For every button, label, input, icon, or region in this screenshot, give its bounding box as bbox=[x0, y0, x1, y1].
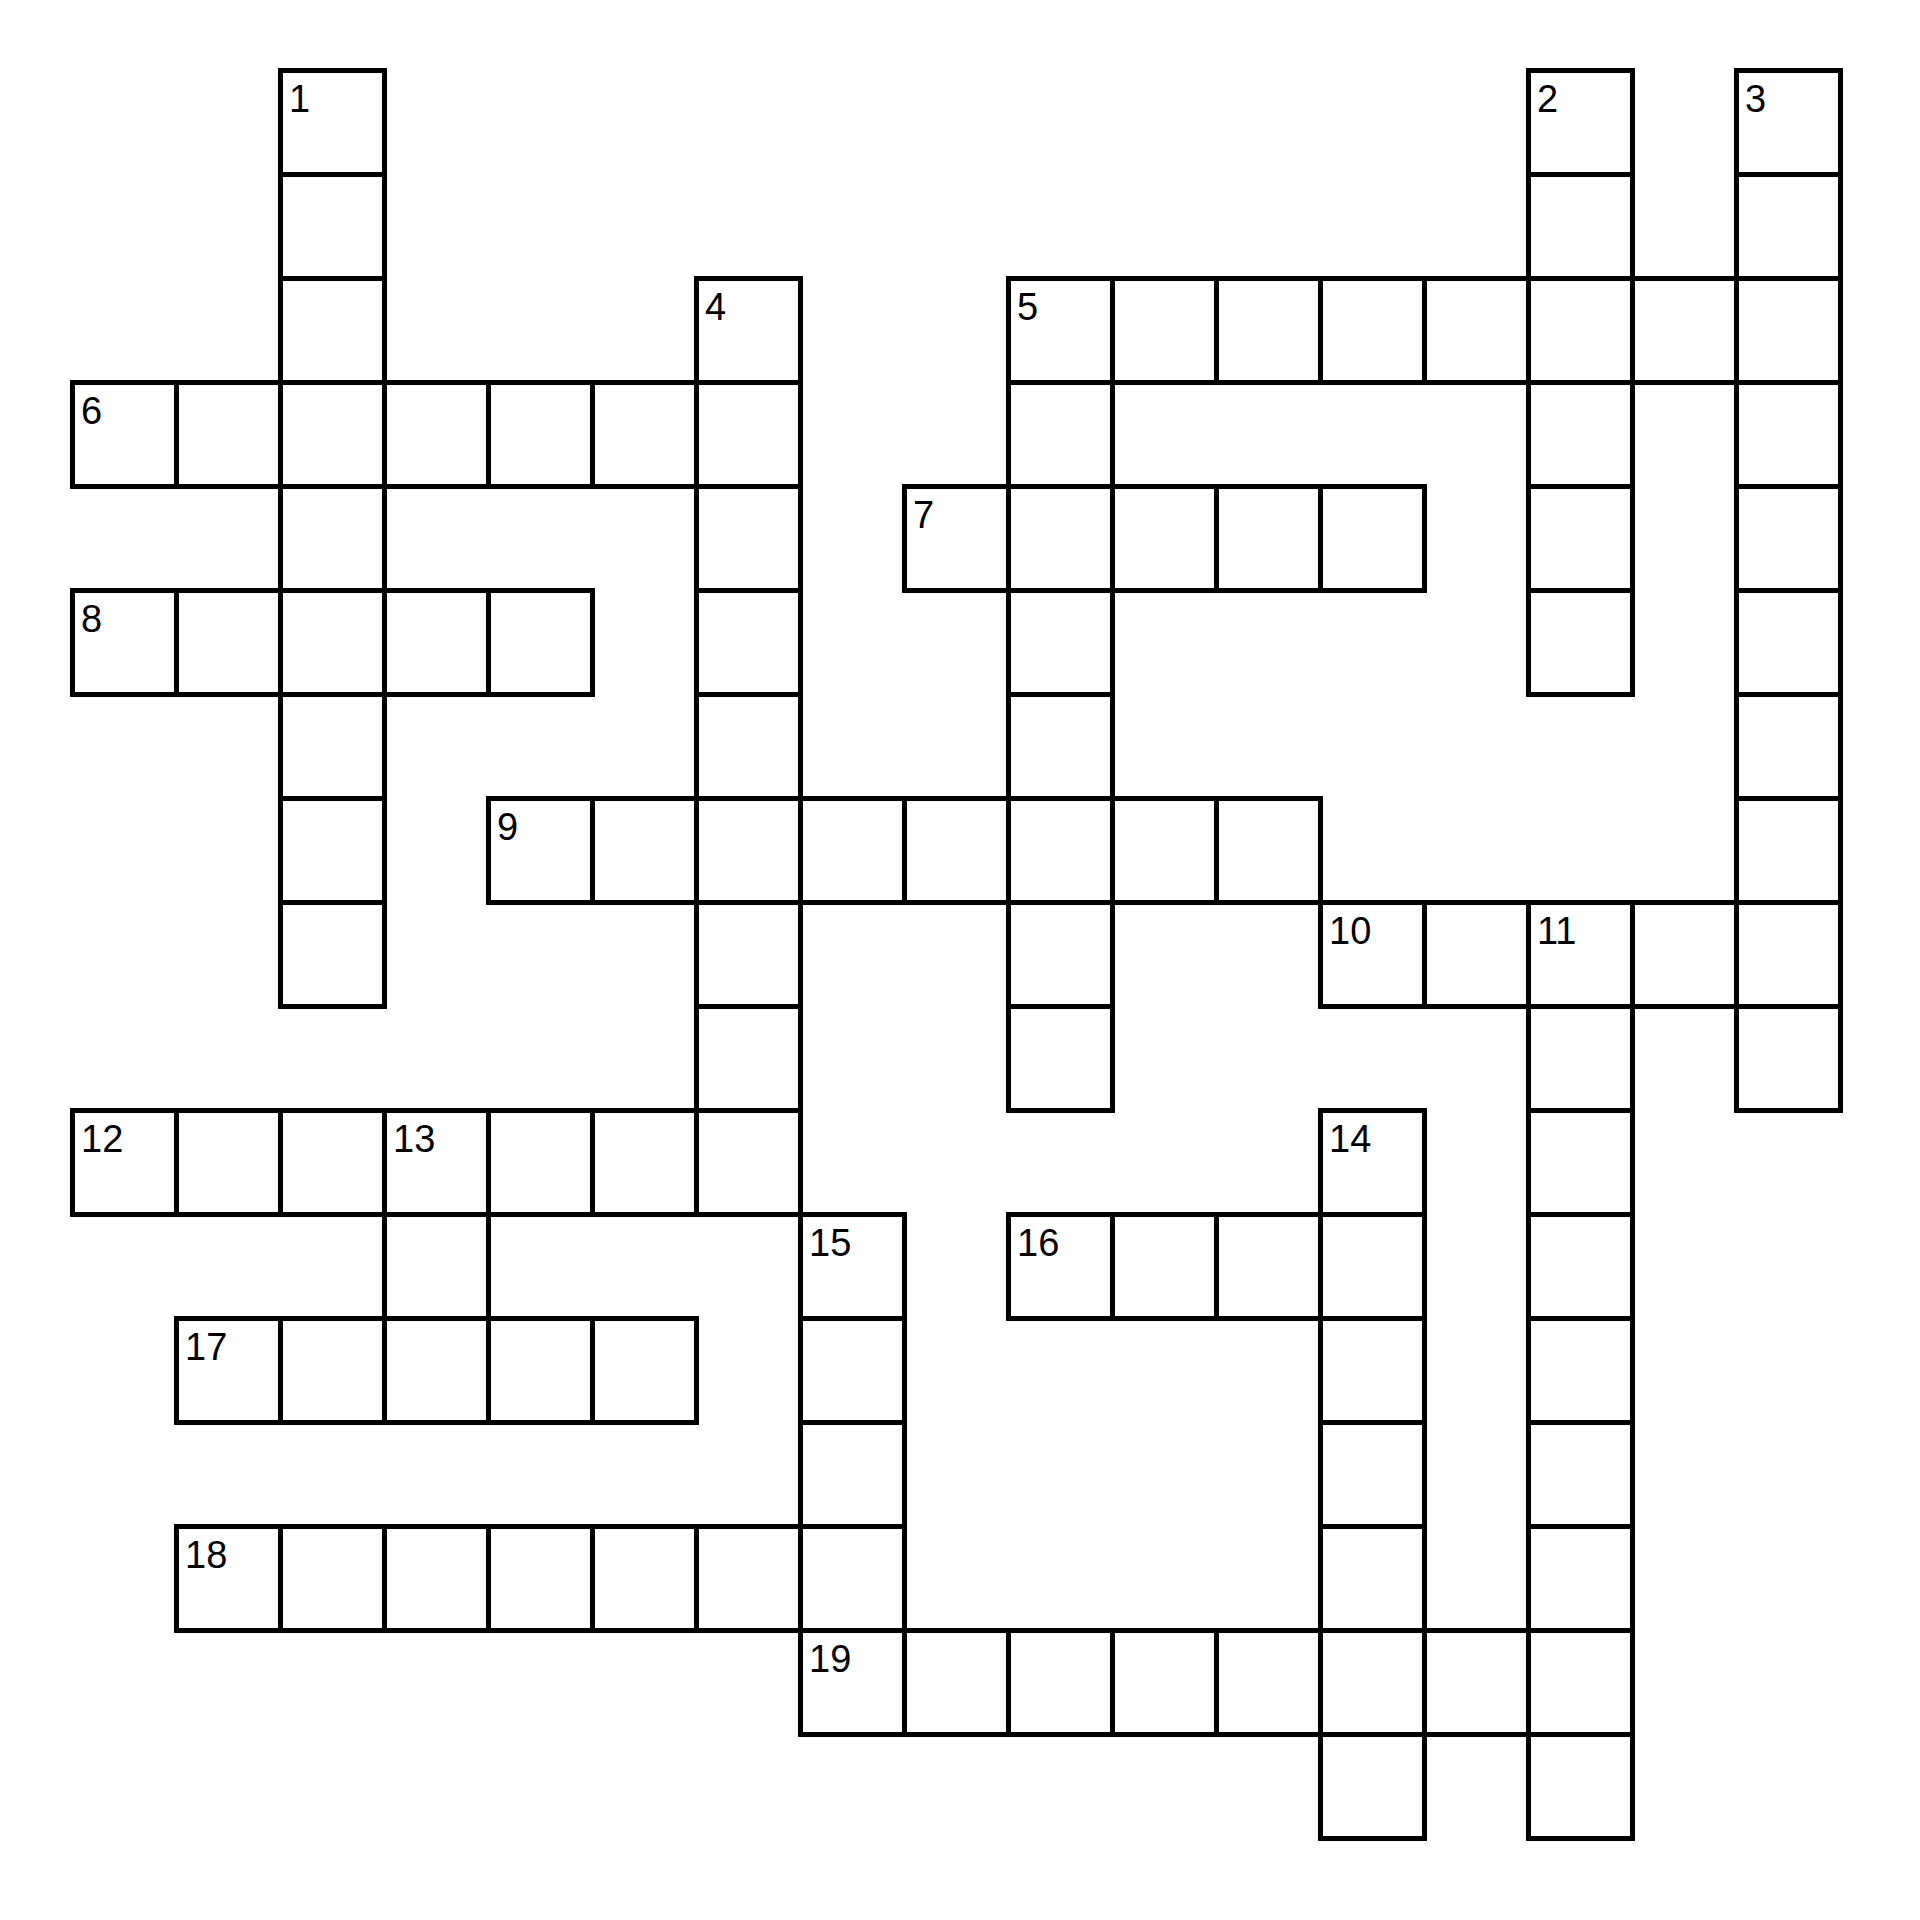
cell-r8c14[interactable]: 11 bbox=[1526, 900, 1635, 1009]
cell-r12c4[interactable] bbox=[486, 1316, 595, 1425]
cell-r11c11[interactable] bbox=[1214, 1212, 1323, 1321]
cell-r11c10[interactable] bbox=[1110, 1212, 1219, 1321]
cell-r3c1[interactable] bbox=[174, 380, 283, 489]
cell-r1c14[interactable] bbox=[1526, 172, 1635, 281]
cell-r4c11[interactable] bbox=[1214, 484, 1323, 593]
cell-r9c6[interactable] bbox=[694, 1004, 803, 1113]
cell-r0c16[interactable]: 3 bbox=[1734, 68, 1843, 177]
cell-r10c4[interactable] bbox=[486, 1108, 595, 1217]
cell-r6c16[interactable] bbox=[1734, 692, 1843, 801]
cell-r9c9[interactable] bbox=[1006, 1004, 1115, 1113]
cell-r7c6[interactable] bbox=[694, 796, 803, 905]
cell-r4c12[interactable] bbox=[1318, 484, 1427, 593]
cell-r14c5[interactable] bbox=[590, 1524, 699, 1633]
cell-r4c14[interactable] bbox=[1526, 484, 1635, 593]
cell-r11c3[interactable] bbox=[382, 1212, 491, 1321]
cell-r10c14[interactable] bbox=[1526, 1108, 1635, 1217]
cell-r5c3[interactable] bbox=[382, 588, 491, 697]
cell-r6c2[interactable] bbox=[278, 692, 387, 801]
clue-number: 8 bbox=[81, 600, 102, 638]
clue-number: 11 bbox=[1537, 912, 1576, 950]
cell-r2c9[interactable]: 5 bbox=[1006, 276, 1115, 385]
cell-r5c2[interactable] bbox=[278, 588, 387, 697]
cell-r12c2[interactable] bbox=[278, 1316, 387, 1425]
cell-r11c14[interactable] bbox=[1526, 1212, 1635, 1321]
cell-r4c6[interactable] bbox=[694, 484, 803, 593]
cell-r12c12[interactable] bbox=[1318, 1316, 1427, 1425]
cell-r9c14[interactable] bbox=[1526, 1004, 1635, 1113]
cell-r2c6[interactable]: 4 bbox=[694, 276, 803, 385]
cell-r0c2[interactable]: 1 bbox=[278, 68, 387, 177]
cell-r4c2[interactable] bbox=[278, 484, 387, 593]
cell-r16c14[interactable] bbox=[1526, 1732, 1635, 1841]
cell-r11c9[interactable]: 16 bbox=[1006, 1212, 1115, 1321]
cell-r10c1[interactable] bbox=[174, 1108, 283, 1217]
cell-r15c13[interactable] bbox=[1422, 1628, 1531, 1737]
cell-r4c9[interactable] bbox=[1006, 484, 1115, 593]
cell-r2c16[interactable] bbox=[1734, 276, 1843, 385]
cell-r7c2[interactable] bbox=[278, 796, 387, 905]
cell-r8c2[interactable] bbox=[278, 900, 387, 1009]
cell-r4c16[interactable] bbox=[1734, 484, 1843, 593]
cell-r10c12[interactable]: 14 bbox=[1318, 1108, 1427, 1217]
cell-r13c7[interactable] bbox=[798, 1420, 907, 1529]
cell-r5c16[interactable] bbox=[1734, 588, 1843, 697]
cell-r3c0[interactable]: 6 bbox=[70, 380, 179, 489]
cell-r14c7[interactable] bbox=[798, 1524, 907, 1633]
clue-number: 7 bbox=[913, 496, 934, 534]
cell-r10c6[interactable] bbox=[694, 1108, 803, 1217]
cell-r7c10[interactable] bbox=[1110, 796, 1219, 905]
cell-r7c4[interactable]: 9 bbox=[486, 796, 595, 905]
cell-r5c6[interactable] bbox=[694, 588, 803, 697]
cell-r15c8[interactable] bbox=[902, 1628, 1011, 1737]
cell-r12c5[interactable] bbox=[590, 1316, 699, 1425]
cell-r4c10[interactable] bbox=[1110, 484, 1219, 593]
clue-number: 19 bbox=[809, 1640, 851, 1678]
cell-r8c13[interactable] bbox=[1422, 900, 1531, 1009]
cell-r8c9[interactable] bbox=[1006, 900, 1115, 1009]
cell-r14c12[interactable] bbox=[1318, 1524, 1427, 1633]
crossword-board: 12345678910111213141516171819 bbox=[0, 0, 1920, 1920]
cell-r12c7[interactable] bbox=[798, 1316, 907, 1425]
cell-r2c13[interactable] bbox=[1422, 276, 1531, 385]
cell-r7c5[interactable] bbox=[590, 796, 699, 905]
cell-r8c12[interactable]: 10 bbox=[1318, 900, 1427, 1009]
cell-r7c7[interactable] bbox=[798, 796, 907, 905]
cell-r8c16[interactable] bbox=[1734, 900, 1843, 1009]
cell-r3c14[interactable] bbox=[1526, 380, 1635, 489]
cell-r10c0[interactable]: 12 bbox=[70, 1108, 179, 1217]
clue-number: 13 bbox=[393, 1120, 435, 1158]
cell-r14c14[interactable] bbox=[1526, 1524, 1635, 1633]
cell-r15c14[interactable] bbox=[1526, 1628, 1635, 1737]
cell-r15c7[interactable]: 19 bbox=[798, 1628, 907, 1737]
cell-r15c12[interactable] bbox=[1318, 1628, 1427, 1737]
cell-r3c3[interactable] bbox=[382, 380, 491, 489]
cell-r13c14[interactable] bbox=[1526, 1420, 1635, 1529]
cell-r3c2[interactable] bbox=[278, 380, 387, 489]
cell-r2c15[interactable] bbox=[1630, 276, 1739, 385]
cell-r2c14[interactable] bbox=[1526, 276, 1635, 385]
cell-r15c10[interactable] bbox=[1110, 1628, 1219, 1737]
clue-number: 15 bbox=[809, 1224, 851, 1262]
clue-number: 16 bbox=[1017, 1224, 1059, 1262]
clue-number: 6 bbox=[81, 392, 102, 430]
cell-r14c6[interactable] bbox=[694, 1524, 803, 1633]
cell-r11c12[interactable] bbox=[1318, 1212, 1427, 1321]
clue-number: 3 bbox=[1745, 80, 1766, 118]
cell-r10c5[interactable] bbox=[590, 1108, 699, 1217]
cell-r10c2[interactable] bbox=[278, 1108, 387, 1217]
cell-r3c5[interactable] bbox=[590, 380, 699, 489]
cell-r14c3[interactable] bbox=[382, 1524, 491, 1633]
cell-r14c4[interactable] bbox=[486, 1524, 595, 1633]
clue-number: 14 bbox=[1329, 1120, 1371, 1158]
cell-r5c14[interactable] bbox=[1526, 588, 1635, 697]
clue-number: 9 bbox=[497, 808, 518, 846]
cell-r12c3[interactable] bbox=[382, 1316, 491, 1425]
clue-number: 4 bbox=[705, 288, 726, 326]
cell-r8c6[interactable] bbox=[694, 900, 803, 1009]
cell-r15c9[interactable] bbox=[1006, 1628, 1115, 1737]
cell-r14c2[interactable] bbox=[278, 1524, 387, 1633]
cell-r6c6[interactable] bbox=[694, 692, 803, 801]
cell-r3c6[interactable] bbox=[694, 380, 803, 489]
cell-r2c12[interactable] bbox=[1318, 276, 1427, 385]
cell-r4c8[interactable]: 7 bbox=[902, 484, 1011, 593]
cell-r5c4[interactable] bbox=[486, 588, 595, 697]
cell-r7c11[interactable] bbox=[1214, 796, 1323, 905]
clue-number: 1 bbox=[289, 80, 310, 118]
clue-number: 5 bbox=[1017, 288, 1038, 326]
cell-r14c1[interactable]: 18 bbox=[174, 1524, 283, 1633]
cell-r1c16[interactable] bbox=[1734, 172, 1843, 281]
clue-number: 17 bbox=[185, 1328, 227, 1366]
cell-r5c9[interactable] bbox=[1006, 588, 1115, 697]
cell-r8c15[interactable] bbox=[1630, 900, 1739, 1009]
cell-r3c16[interactable] bbox=[1734, 380, 1843, 489]
cell-r7c9[interactable] bbox=[1006, 796, 1115, 905]
cell-r12c14[interactable] bbox=[1526, 1316, 1635, 1425]
clue-number: 10 bbox=[1329, 912, 1371, 950]
cell-r10c3[interactable]: 13 bbox=[382, 1108, 491, 1217]
cell-r3c4[interactable] bbox=[486, 380, 595, 489]
cell-r9c16[interactable] bbox=[1734, 1004, 1843, 1113]
clue-number: 12 bbox=[81, 1120, 123, 1158]
cell-r6c9[interactable] bbox=[1006, 692, 1115, 801]
cell-r2c10[interactable] bbox=[1110, 276, 1219, 385]
cell-r1c2[interactable] bbox=[278, 172, 387, 281]
cell-r2c2[interactable] bbox=[278, 276, 387, 385]
clue-number: 2 bbox=[1537, 80, 1558, 118]
cell-r15c11[interactable] bbox=[1214, 1628, 1323, 1737]
cell-r2c11[interactable] bbox=[1214, 276, 1323, 385]
cell-r0c14[interactable]: 2 bbox=[1526, 68, 1635, 177]
clue-number: 18 bbox=[185, 1536, 227, 1574]
cell-r7c16[interactable] bbox=[1734, 796, 1843, 905]
cell-r12c1[interactable]: 17 bbox=[174, 1316, 283, 1425]
cell-r16c12[interactable] bbox=[1318, 1732, 1427, 1841]
cell-r7c8[interactable] bbox=[902, 796, 1011, 905]
cell-r11c7[interactable]: 15 bbox=[798, 1212, 907, 1321]
cell-r3c9[interactable] bbox=[1006, 380, 1115, 489]
cell-r5c0[interactable]: 8 bbox=[70, 588, 179, 697]
cell-r13c12[interactable] bbox=[1318, 1420, 1427, 1529]
cell-r5c1[interactable] bbox=[174, 588, 283, 697]
